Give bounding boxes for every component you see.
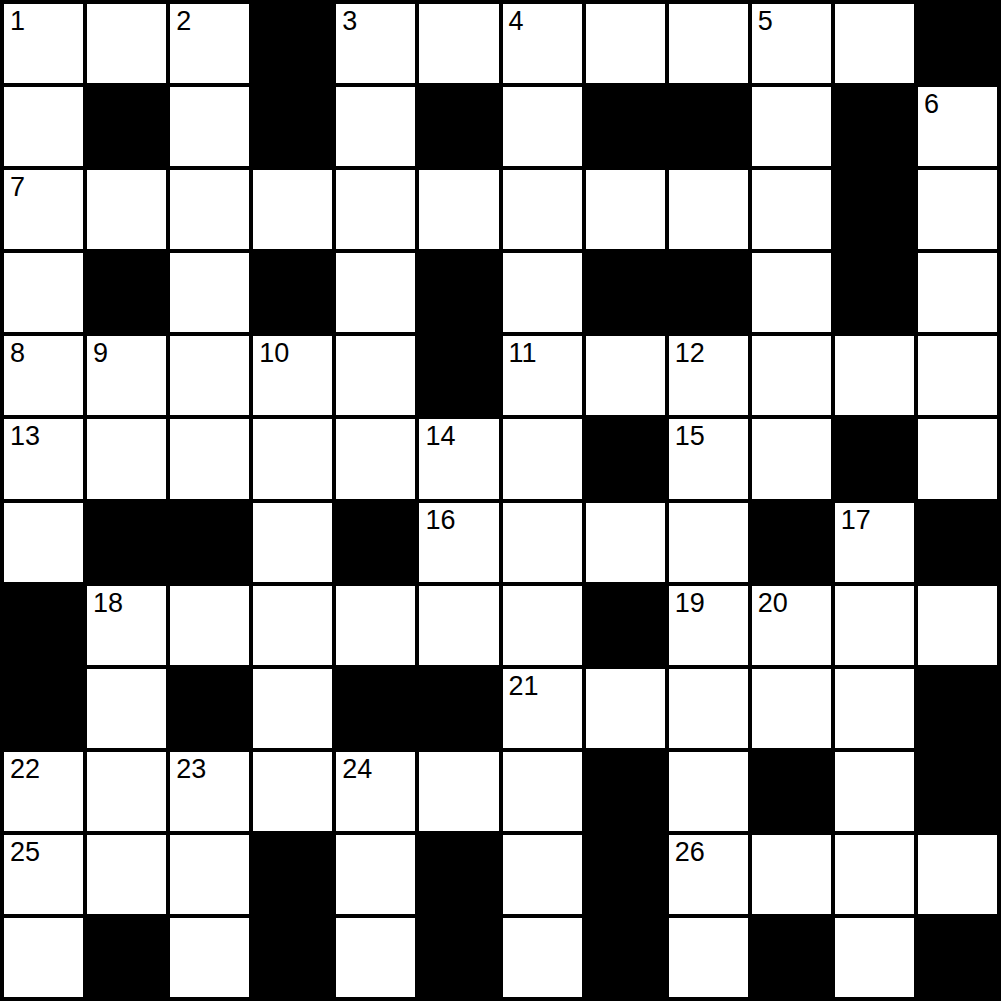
black-cell-r2c9 xyxy=(669,87,748,166)
white-cell-r6c12[interactable] xyxy=(918,419,997,498)
white-cell-r12c1[interactable] xyxy=(4,918,83,997)
white-cell-r3c12[interactable] xyxy=(918,170,997,249)
white-cell-r3c7[interactable] xyxy=(503,170,582,249)
clue-number-24: 24 xyxy=(342,756,372,783)
white-cell-r8c4[interactable] xyxy=(253,586,332,665)
white-cell-r10c1[interactable]: 22 xyxy=(4,752,83,831)
white-cell-r2c7[interactable] xyxy=(503,87,582,166)
white-cell-r6c3[interactable] xyxy=(170,419,249,498)
white-cell-r12c11[interactable] xyxy=(835,918,914,997)
black-cell-r11c8 xyxy=(586,835,665,914)
white-cell-r8c12[interactable] xyxy=(918,586,997,665)
black-cell-r1c4 xyxy=(253,4,332,83)
black-cell-r9c3 xyxy=(170,669,249,748)
white-cell-r4c3[interactable] xyxy=(170,253,249,332)
clue-number-20: 20 xyxy=(758,590,788,617)
white-cell-r5c12[interactable] xyxy=(918,336,997,415)
black-cell-r12c8 xyxy=(586,918,665,997)
white-cell-r11c2[interactable] xyxy=(87,835,166,914)
white-cell-r9c2[interactable] xyxy=(87,669,166,748)
black-cell-r4c6 xyxy=(419,253,498,332)
white-cell-r1c2[interactable] xyxy=(87,4,166,83)
white-cell-r5c5[interactable] xyxy=(336,336,415,415)
white-cell-r10c2[interactable] xyxy=(87,752,166,831)
white-cell-r10c11[interactable] xyxy=(835,752,914,831)
black-cell-r4c8 xyxy=(586,253,665,332)
black-cell-r6c11 xyxy=(835,419,914,498)
white-cell-r1c9[interactable] xyxy=(669,4,748,83)
white-cell-r9c7[interactable]: 21 xyxy=(503,669,582,748)
black-cell-r4c11 xyxy=(835,253,914,332)
white-cell-r7c9[interactable] xyxy=(669,503,748,582)
clue-number-14: 14 xyxy=(425,423,455,450)
white-cell-r1c1[interactable]: 1 xyxy=(4,4,83,83)
black-cell-r6c8 xyxy=(586,419,665,498)
white-cell-r8c7[interactable] xyxy=(503,586,582,665)
black-cell-r2c6 xyxy=(419,87,498,166)
clue-number-25: 25 xyxy=(10,839,40,866)
white-cell-r8c6[interactable] xyxy=(419,586,498,665)
white-cell-r8c10[interactable]: 20 xyxy=(752,586,831,665)
black-cell-r4c9 xyxy=(669,253,748,332)
clue-number-22: 22 xyxy=(10,756,40,783)
white-cell-r5c7[interactable]: 11 xyxy=(503,336,582,415)
white-cell-r7c8[interactable] xyxy=(586,503,665,582)
white-cell-r11c10[interactable] xyxy=(752,835,831,914)
white-cell-r1c5[interactable]: 3 xyxy=(336,4,415,83)
white-cell-r9c9[interactable] xyxy=(669,669,748,748)
white-cell-r1c7[interactable]: 4 xyxy=(503,4,582,83)
white-cell-r2c1[interactable] xyxy=(4,87,83,166)
white-cell-r12c7[interactable] xyxy=(503,918,582,997)
white-cell-r3c3[interactable] xyxy=(170,170,249,249)
white-cell-r5c1[interactable]: 8 xyxy=(4,336,83,415)
clue-number-21: 21 xyxy=(509,673,539,700)
white-cell-r5c4[interactable]: 10 xyxy=(253,336,332,415)
black-cell-r12c6 xyxy=(419,918,498,997)
white-cell-r2c3[interactable] xyxy=(170,87,249,166)
black-cell-r10c8 xyxy=(586,752,665,831)
white-cell-r6c1[interactable]: 13 xyxy=(4,419,83,498)
white-cell-r7c6[interactable]: 16 xyxy=(419,503,498,582)
white-cell-r10c7[interactable] xyxy=(503,752,582,831)
white-cell-r11c7[interactable] xyxy=(503,835,582,914)
black-cell-r2c4 xyxy=(253,87,332,166)
white-cell-r5c9[interactable]: 12 xyxy=(669,336,748,415)
black-cell-r9c1 xyxy=(4,669,83,748)
white-cell-r5c2[interactable]: 9 xyxy=(87,336,166,415)
clue-number-4: 4 xyxy=(509,8,524,35)
white-cell-r10c4[interactable] xyxy=(253,752,332,831)
black-cell-r9c5 xyxy=(336,669,415,748)
black-cell-r7c5 xyxy=(336,503,415,582)
clue-number-10: 10 xyxy=(259,340,289,367)
white-cell-r2c10[interactable] xyxy=(752,87,831,166)
white-cell-r10c9[interactable] xyxy=(669,752,748,831)
black-cell-r12c12 xyxy=(918,918,997,997)
black-cell-r12c4 xyxy=(253,918,332,997)
black-cell-r10c12 xyxy=(918,752,997,831)
clue-number-5: 5 xyxy=(758,8,773,35)
white-cell-r6c9[interactable]: 15 xyxy=(669,419,748,498)
black-cell-r8c1 xyxy=(4,586,83,665)
clue-number-8: 8 xyxy=(10,340,25,367)
white-cell-r12c3[interactable] xyxy=(170,918,249,997)
clue-number-19: 19 xyxy=(675,590,705,617)
white-cell-r3c6[interactable] xyxy=(419,170,498,249)
clue-number-26: 26 xyxy=(675,839,705,866)
clue-number-12: 12 xyxy=(675,340,705,367)
black-cell-r7c12 xyxy=(918,503,997,582)
black-cell-r7c10 xyxy=(752,503,831,582)
white-cell-r6c5[interactable] xyxy=(336,419,415,498)
black-cell-r4c4 xyxy=(253,253,332,332)
white-cell-r3c5[interactable] xyxy=(336,170,415,249)
white-cell-r5c10[interactable] xyxy=(752,336,831,415)
white-cell-r9c10[interactable] xyxy=(752,669,831,748)
white-cell-r3c2[interactable] xyxy=(87,170,166,249)
white-cell-r2c5[interactable] xyxy=(336,87,415,166)
white-cell-r3c9[interactable] xyxy=(669,170,748,249)
white-cell-r4c7[interactable] xyxy=(503,253,582,332)
white-cell-r5c3[interactable] xyxy=(170,336,249,415)
clue-number-11: 11 xyxy=(509,340,537,367)
clue-number-6: 6 xyxy=(924,91,939,118)
white-cell-r6c7[interactable] xyxy=(503,419,582,498)
white-cell-r9c8[interactable] xyxy=(586,669,665,748)
black-cell-r2c11 xyxy=(835,87,914,166)
white-cell-r10c6[interactable] xyxy=(419,752,498,831)
white-cell-r11c1[interactable]: 25 xyxy=(4,835,83,914)
white-cell-r11c11[interactable] xyxy=(835,835,914,914)
black-cell-r7c2 xyxy=(87,503,166,582)
clue-number-23: 23 xyxy=(176,756,206,783)
white-cell-r12c5[interactable] xyxy=(336,918,415,997)
black-cell-r12c2 xyxy=(87,918,166,997)
white-cell-r9c11[interactable] xyxy=(835,669,914,748)
black-cell-r9c6 xyxy=(419,669,498,748)
clue-number-13: 13 xyxy=(10,423,40,450)
white-cell-r6c10[interactable] xyxy=(752,419,831,498)
clue-number-3: 3 xyxy=(342,8,357,35)
white-cell-r3c8[interactable] xyxy=(586,170,665,249)
white-cell-r9c4[interactable] xyxy=(253,669,332,748)
black-cell-r3c11 xyxy=(835,170,914,249)
black-cell-r10c10 xyxy=(752,752,831,831)
black-cell-r4c2 xyxy=(87,253,166,332)
clue-number-2: 2 xyxy=(176,8,191,35)
clue-number-9: 9 xyxy=(93,340,108,367)
black-cell-r8c8 xyxy=(586,586,665,665)
white-cell-r7c4[interactable] xyxy=(253,503,332,582)
clue-number-1: 1 xyxy=(10,8,25,35)
white-cell-r11c3[interactable] xyxy=(170,835,249,914)
white-cell-r12c9[interactable] xyxy=(669,918,748,997)
white-cell-r7c7[interactable] xyxy=(503,503,582,582)
white-cell-r11c5[interactable] xyxy=(336,835,415,914)
white-cell-r8c3[interactable] xyxy=(170,586,249,665)
clue-number-18: 18 xyxy=(93,590,123,617)
white-cell-r1c6[interactable] xyxy=(419,4,498,83)
white-cell-r10c5[interactable]: 24 xyxy=(336,752,415,831)
white-cell-r7c1[interactable] xyxy=(4,503,83,582)
black-cell-r5c6 xyxy=(419,336,498,415)
white-cell-r1c11[interactable] xyxy=(835,4,914,83)
white-cell-r1c10[interactable]: 5 xyxy=(752,4,831,83)
white-cell-r11c12[interactable] xyxy=(918,835,997,914)
white-cell-r6c4[interactable] xyxy=(253,419,332,498)
black-cell-r12c10 xyxy=(752,918,831,997)
white-cell-r11c9[interactable]: 26 xyxy=(669,835,748,914)
clue-number-7: 7 xyxy=(10,174,25,201)
white-cell-r5c8[interactable] xyxy=(586,336,665,415)
white-cell-r6c2[interactable] xyxy=(87,419,166,498)
white-cell-r3c1[interactable]: 7 xyxy=(4,170,83,249)
clue-number-15: 15 xyxy=(675,423,705,450)
white-cell-r10c3[interactable]: 23 xyxy=(170,752,249,831)
black-cell-r9c12 xyxy=(918,669,997,748)
clue-number-17: 17 xyxy=(841,507,871,534)
white-cell-r4c10[interactable] xyxy=(752,253,831,332)
black-cell-r2c8 xyxy=(586,87,665,166)
white-cell-r1c8[interactable] xyxy=(586,4,665,83)
white-cell-r2c12[interactable]: 6 xyxy=(918,87,997,166)
black-cell-r11c4 xyxy=(253,835,332,914)
white-cell-r7c11[interactable]: 17 xyxy=(835,503,914,582)
white-cell-r4c12[interactable] xyxy=(918,253,997,332)
crossword-grid: 1234567891011121314151617181920212223242… xyxy=(0,0,1001,1001)
white-cell-r4c1[interactable] xyxy=(4,253,83,332)
black-cell-r1c12 xyxy=(918,4,997,83)
white-cell-r1c3[interactable]: 2 xyxy=(170,4,249,83)
black-cell-r11c6 xyxy=(419,835,498,914)
white-cell-r8c5[interactable] xyxy=(336,586,415,665)
white-cell-r3c4[interactable] xyxy=(253,170,332,249)
white-cell-r8c2[interactable]: 18 xyxy=(87,586,166,665)
white-cell-r4c5[interactable] xyxy=(336,253,415,332)
black-cell-r2c2 xyxy=(87,87,166,166)
white-cell-r8c9[interactable]: 19 xyxy=(669,586,748,665)
white-cell-r5c11[interactable] xyxy=(835,336,914,415)
white-cell-r3c10[interactable] xyxy=(752,170,831,249)
black-cell-r7c3 xyxy=(170,503,249,582)
clue-number-16: 16 xyxy=(425,507,455,534)
white-cell-r6c6[interactable]: 14 xyxy=(419,419,498,498)
white-cell-r8c11[interactable] xyxy=(835,586,914,665)
